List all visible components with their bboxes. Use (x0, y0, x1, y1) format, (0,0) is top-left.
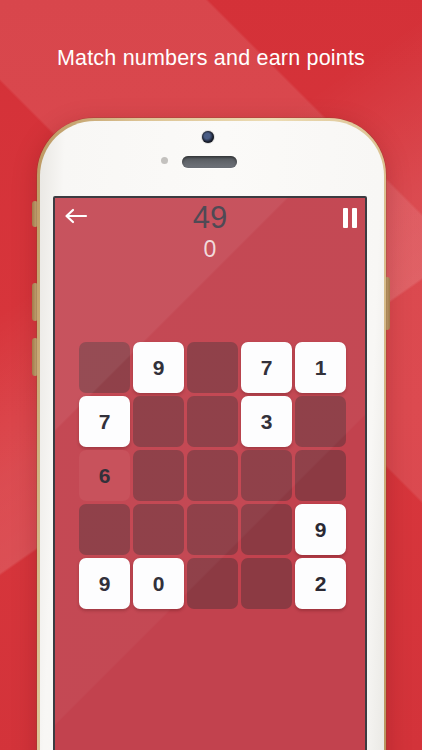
board-grid: 9717369902 (79, 342, 346, 609)
score-value: 0 (55, 236, 365, 263)
tile[interactable] (79, 342, 130, 393)
tile[interactable]: 9 (295, 504, 346, 555)
tile[interactable]: 6 (79, 450, 130, 501)
tile[interactable] (187, 558, 238, 609)
phone-mockup: 49 0 9717369902 (37, 118, 386, 750)
arrow-left-icon (64, 208, 88, 224)
tile[interactable]: 7 (79, 396, 130, 447)
tile[interactable] (187, 342, 238, 393)
tile[interactable]: 1 (295, 342, 346, 393)
earpiece-speaker (182, 156, 237, 168)
tile[interactable]: 9 (133, 342, 184, 393)
pause-icon (343, 208, 357, 228)
tile[interactable] (241, 450, 292, 501)
pause-button[interactable] (343, 208, 357, 228)
tile[interactable] (133, 396, 184, 447)
tile[interactable]: 7 (241, 342, 292, 393)
tile[interactable] (133, 504, 184, 555)
front-camera-icon (202, 131, 214, 143)
back-button[interactable] (64, 208, 88, 224)
tile[interactable] (187, 504, 238, 555)
tile[interactable]: 3 (241, 396, 292, 447)
app-store-screenshot: Match numbers and earn points 49 0 (0, 0, 422, 750)
tile[interactable] (295, 396, 346, 447)
timer-value: 49 (55, 200, 365, 236)
phone-bezel: 49 0 9717369902 (40, 121, 384, 750)
tile[interactable] (79, 504, 130, 555)
tile[interactable] (295, 450, 346, 501)
tile[interactable] (133, 450, 184, 501)
game-screen: 49 0 9717369902 (53, 196, 367, 750)
tile[interactable]: 0 (133, 558, 184, 609)
tile[interactable] (187, 450, 238, 501)
tile[interactable]: 9 (79, 558, 130, 609)
tile[interactable]: 2 (295, 558, 346, 609)
tile[interactable] (241, 558, 292, 609)
tile[interactable] (241, 504, 292, 555)
proximity-sensor-icon (161, 157, 168, 164)
tile[interactable] (187, 396, 238, 447)
caption: Match numbers and earn points (0, 46, 422, 71)
